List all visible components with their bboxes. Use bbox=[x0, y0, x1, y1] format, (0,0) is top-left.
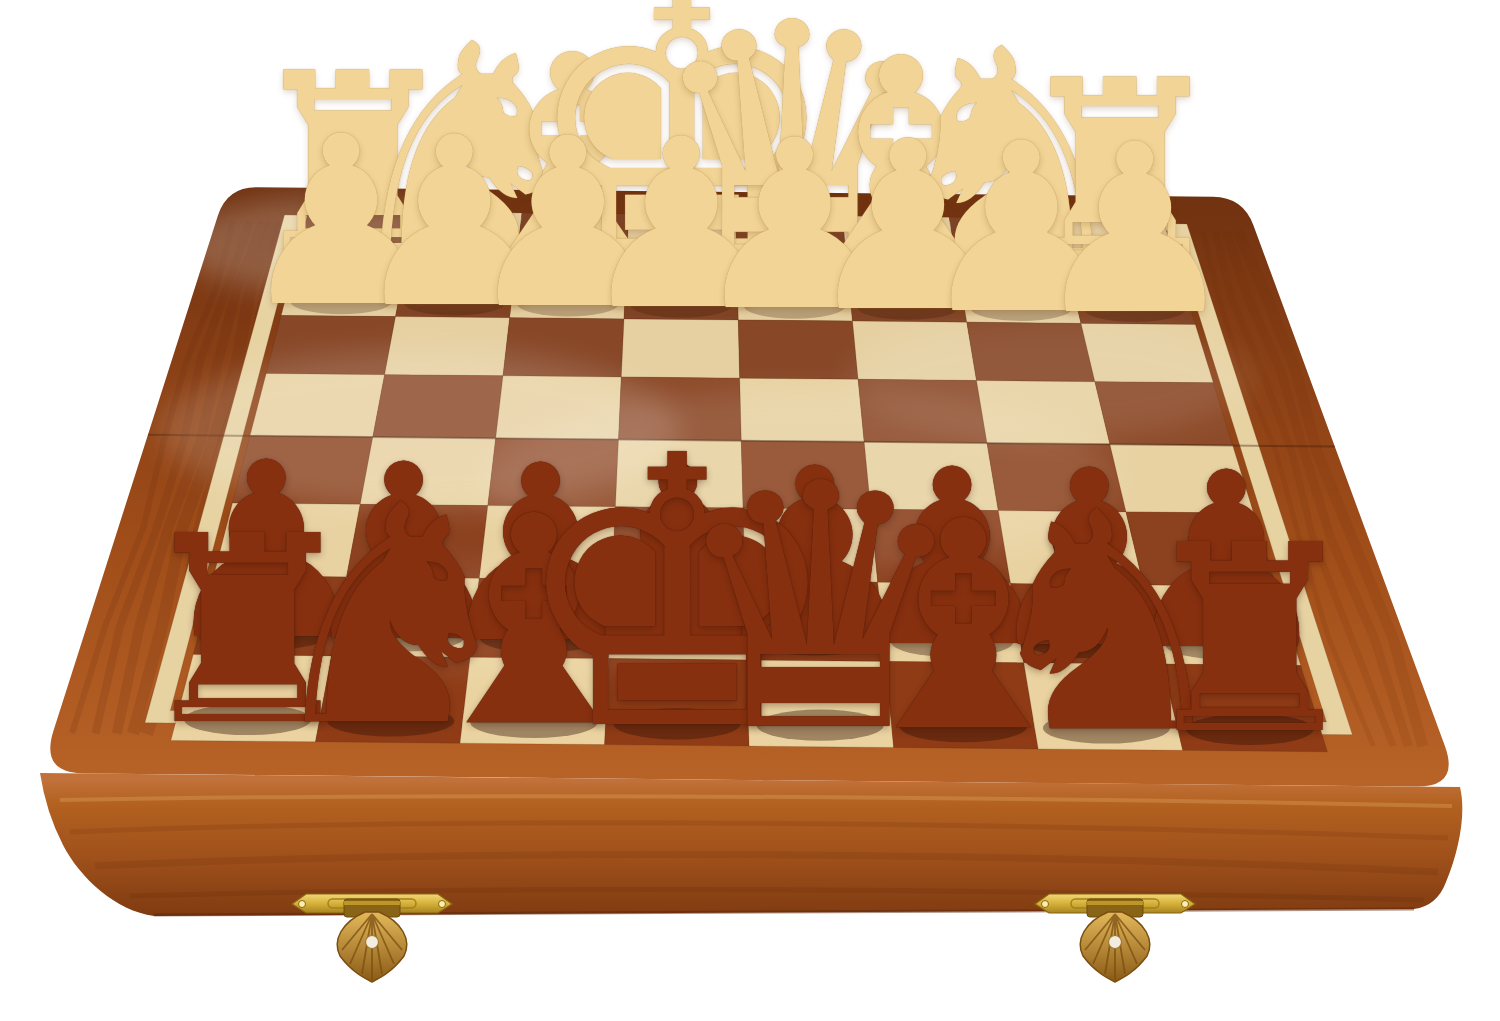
latch-fan-pendant bbox=[337, 912, 406, 982]
front-latch-left bbox=[292, 894, 452, 982]
latch-screw bbox=[1042, 901, 1049, 908]
latch-screw bbox=[299, 901, 306, 908]
piece-white-pawn-a2[interactable]: ♟ bbox=[1030, 113, 1240, 347]
latch-screw bbox=[439, 901, 446, 908]
chess-set-photo: ♜♞♝♚♛♝♞♜♟♟♟♟♟♟♟♟♟♟♟♟♟♟♟♟♜♞♝♚♛♝♞♜ bbox=[0, 0, 1500, 1021]
front-latch-right bbox=[1035, 894, 1195, 982]
latch-screw bbox=[1182, 901, 1189, 908]
latch-fan-pendant bbox=[1080, 912, 1149, 982]
latch-hinge-highlight bbox=[344, 901, 400, 905]
latch-hinge-highlight bbox=[1087, 901, 1143, 905]
piece-black-rook-a8[interactable]: ♜ bbox=[1134, 511, 1366, 770]
